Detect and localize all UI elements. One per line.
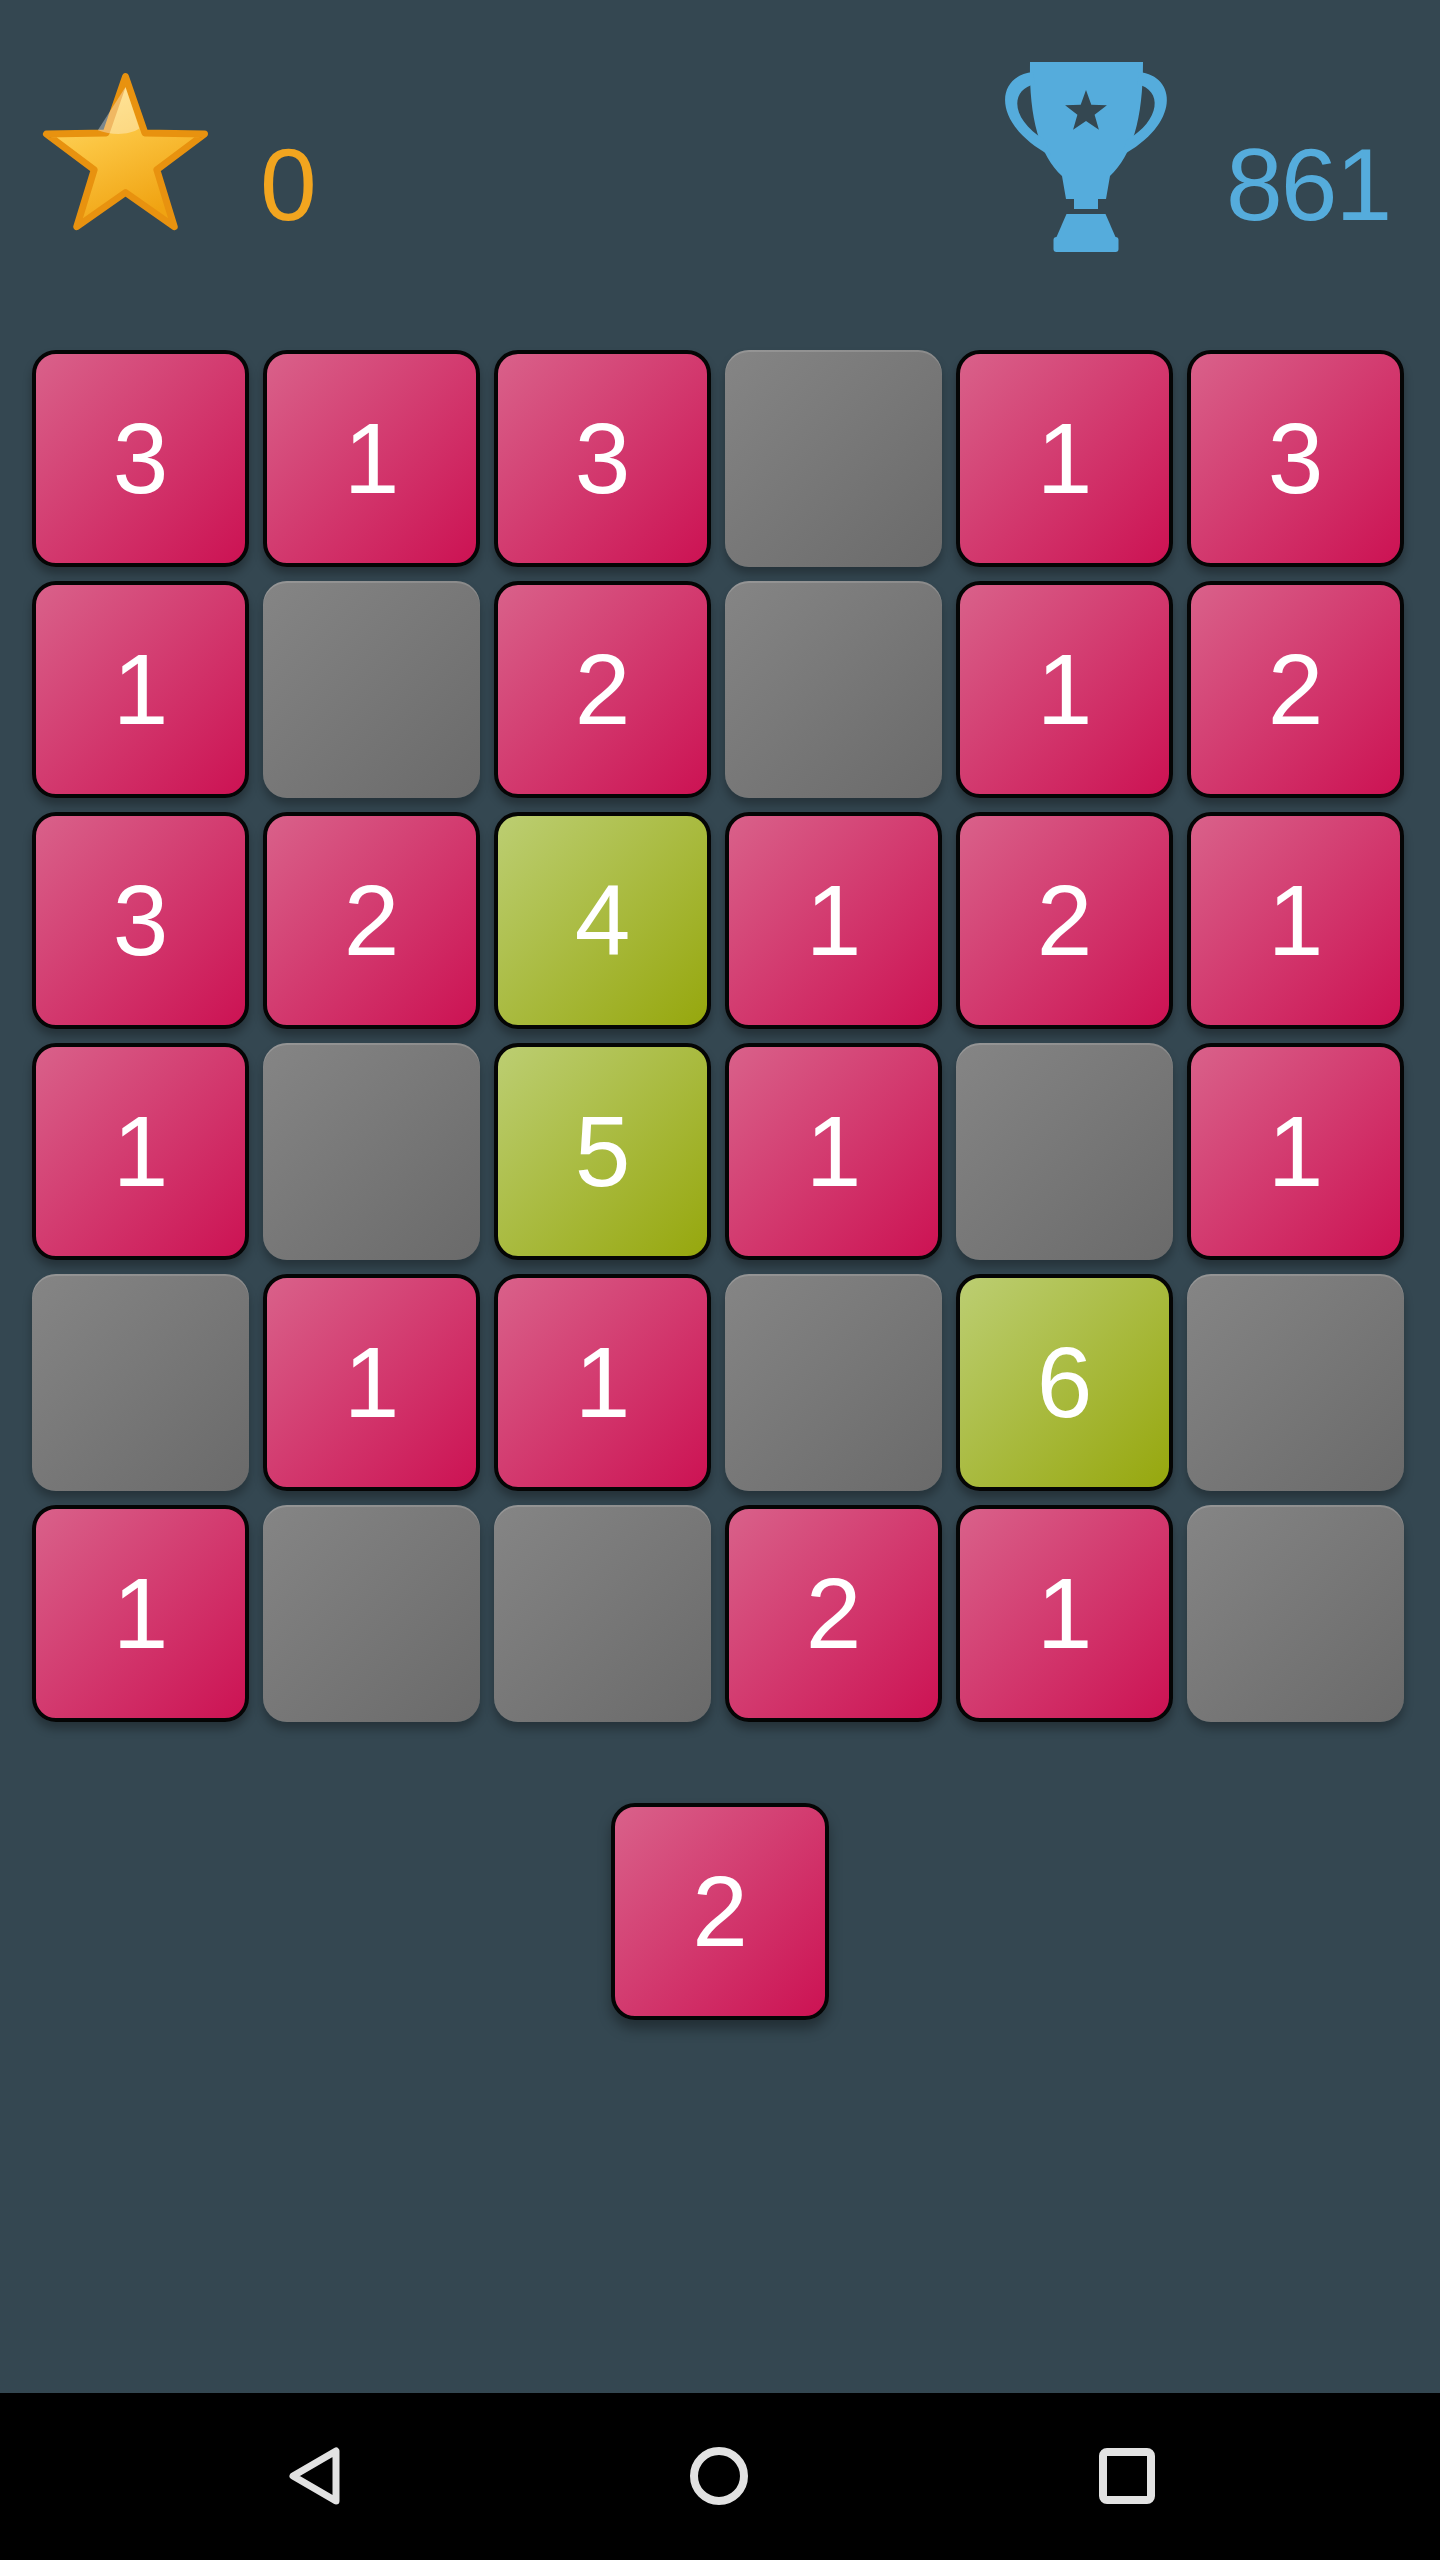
board-cell-r2c6[interactable]: 2 xyxy=(1187,581,1404,798)
puzzle-board: 3131312123241211511116121 xyxy=(32,350,1404,1722)
board-cell-r6c3[interactable] xyxy=(494,1505,711,1722)
board-cell-r6c6[interactable] xyxy=(1187,1505,1404,1722)
recents-square-icon xyxy=(1097,2445,1157,2507)
board-cell-r2c1[interactable]: 1 xyxy=(32,581,249,798)
board-cell-r3c5[interactable]: 2 xyxy=(956,812,1173,1029)
android-navbar xyxy=(0,2393,1440,2560)
board-cell-r3c1[interactable]: 3 xyxy=(32,812,249,1029)
board-cell-r5c5[interactable]: 6 xyxy=(956,1274,1173,1491)
board-cell-r5c4[interactable] xyxy=(725,1274,942,1491)
board-cell-r5c2[interactable]: 1 xyxy=(263,1274,480,1491)
board-cell-r3c4[interactable]: 1 xyxy=(725,812,942,1029)
board-cell-r4c5[interactable] xyxy=(956,1043,1173,1260)
star-counter: 0 xyxy=(260,134,315,236)
board-cell-r4c6[interactable]: 1 xyxy=(1187,1043,1404,1260)
board-cell-r3c2[interactable]: 2 xyxy=(263,812,480,1029)
back-button[interactable] xyxy=(285,2445,345,2507)
board-cell-r6c1[interactable]: 1 xyxy=(32,1505,249,1722)
board-cell-r2c3[interactable]: 2 xyxy=(494,581,711,798)
board-cell-r4c4[interactable]: 1 xyxy=(725,1043,942,1260)
home-button[interactable] xyxy=(689,2445,749,2507)
recents-button[interactable] xyxy=(1097,2445,1157,2507)
board-cell-r6c5[interactable]: 1 xyxy=(956,1505,1173,1722)
board-cell-r4c2[interactable] xyxy=(263,1043,480,1260)
board-cell-r2c4[interactable] xyxy=(725,581,942,798)
board-cell-r5c6[interactable] xyxy=(1187,1274,1404,1491)
board-cell-r6c2[interactable] xyxy=(263,1505,480,1722)
trophy-score: 861 xyxy=(1226,134,1390,236)
game-screen: 0 861 3131312123241211511116121 2 xyxy=(0,0,1440,2560)
board-cell-r1c1[interactable]: 3 xyxy=(32,350,249,567)
star-icon xyxy=(39,73,212,241)
board-cell-r4c1[interactable]: 1 xyxy=(32,1043,249,1260)
board-cell-r3c3[interactable]: 4 xyxy=(494,812,711,1029)
board-cell-r3c6[interactable]: 1 xyxy=(1187,812,1404,1029)
board-cell-r1c6[interactable]: 3 xyxy=(1187,350,1404,567)
board-cell-r5c3[interactable]: 1 xyxy=(494,1274,711,1491)
board-cell-r1c3[interactable]: 3 xyxy=(494,350,711,567)
board-cell-r1c5[interactable]: 1 xyxy=(956,350,1173,567)
board-cell-r5c1[interactable] xyxy=(32,1274,249,1491)
board-cell-r4c3[interactable]: 5 xyxy=(494,1043,711,1260)
trophy-icon xyxy=(989,62,1183,252)
board-cell-r2c5[interactable]: 1 xyxy=(956,581,1173,798)
board-cell-r1c4[interactable] xyxy=(725,350,942,567)
board-cell-r1c2[interactable]: 1 xyxy=(263,350,480,567)
back-triangle-icon xyxy=(285,2445,345,2507)
board-cell-r2c2[interactable] xyxy=(263,581,480,798)
home-circle-icon xyxy=(689,2445,749,2507)
next-tile[interactable]: 2 xyxy=(611,1803,829,2020)
board-cell-r6c4[interactable]: 2 xyxy=(725,1505,942,1722)
